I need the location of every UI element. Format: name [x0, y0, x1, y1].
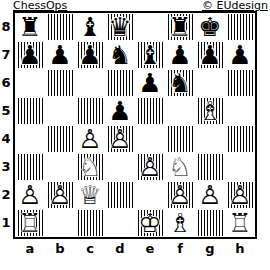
file-label-e: e: [135, 240, 165, 258]
rank-label-1: 1: [0, 209, 12, 237]
square-a2: ♟♙: [15, 181, 45, 209]
file-label-f: f: [165, 240, 195, 258]
square-e2: [135, 181, 165, 209]
file-label-b: b: [45, 240, 75, 258]
white-king-e1: ♚♔: [137, 210, 163, 236]
square-f1: ♝♗: [165, 209, 195, 237]
black-pawn-e6: ♟: [135, 69, 165, 97]
file-label-h: h: [225, 240, 255, 258]
rank-label-2: 2: [0, 181, 12, 209]
white-pawn-a2: ♟♙: [15, 181, 45, 209]
white-knight-f3: ♞♘: [165, 153, 195, 181]
piece-outline: ♗: [165, 209, 195, 237]
square-c5: [75, 97, 105, 125]
square-f3: ♞♘: [165, 153, 195, 181]
white-pawn-g2: ♟♙: [195, 181, 225, 209]
black-bishop-e7: ♝: [137, 42, 163, 68]
white-pawn-c4: ♟♙: [75, 125, 105, 153]
rank-label-8: 8: [0, 13, 12, 41]
white-pawn-e3: ♟♙: [137, 154, 163, 180]
piece-outline: ♔: [137, 210, 163, 236]
piece-outline: ♙: [107, 126, 133, 152]
black-knight-d7: ♞: [105, 41, 135, 69]
square-a1: ♜♖: [15, 209, 45, 237]
square-h1: ♜♖: [225, 209, 255, 237]
chessops-window: ChessOps © EUdesign ♜♝♛♜♚♟♟♟♞♝♟♟♟♟♞♟♝♗♟♙…: [0, 0, 270, 270]
white-pawn-d4: ♟♙: [107, 126, 133, 152]
black-king-g8: ♚: [195, 13, 225, 41]
square-a3: [15, 153, 45, 181]
black-pawn-h7: ♟: [225, 41, 255, 69]
piece-outline: ♙: [227, 182, 253, 208]
square-d6: [105, 69, 135, 97]
black-queen-d8: ♛: [107, 14, 133, 40]
rank-label-6: 6: [0, 69, 12, 97]
rank-label-4: 4: [0, 125, 12, 153]
square-b7: ♟: [45, 41, 75, 69]
square-a7: ♟: [15, 41, 45, 69]
piece-outline: ♙: [195, 181, 225, 209]
black-pawn-d5: ♟: [105, 97, 135, 125]
square-h3: [225, 153, 255, 181]
square-e6: ♟: [135, 69, 165, 97]
square-h6: [225, 69, 255, 97]
black-bishop-c8: ♝: [75, 13, 105, 41]
white-pawn-b2: ♟♙: [47, 182, 73, 208]
square-h7: ♟: [225, 41, 255, 69]
square-f2: ♟♙: [165, 181, 195, 209]
square-h4: [225, 125, 255, 153]
square-g5: ♝♗: [195, 97, 225, 125]
square-b2: ♟♙: [45, 181, 75, 209]
white-pawn-f2: ♟♙: [167, 182, 193, 208]
square-b3: [45, 153, 75, 181]
square-g6: [195, 69, 225, 97]
rank-label-7: 7: [0, 41, 12, 69]
square-b5: [45, 97, 75, 125]
square-b4: [45, 125, 75, 153]
piece-outline: ♖: [17, 210, 43, 236]
square-d2: [105, 181, 135, 209]
piece-outline: ♙: [137, 154, 163, 180]
square-c1: [75, 209, 105, 237]
black-rook-f8: ♜: [167, 14, 193, 40]
piece-outline: ♘: [165, 153, 195, 181]
square-g8: ♚: [195, 13, 225, 41]
square-g2: ♟♙: [195, 181, 225, 209]
square-d4: ♟♙: [105, 125, 135, 153]
chess-board: ♜♝♛♜♚♟♟♟♞♝♟♟♟♟♞♟♝♗♟♙♟♙♞♘♟♙♞♘♟♙♟♙♛♕♟♙♟♙♟♙…: [13, 11, 257, 239]
white-bishop-f1: ♝♗: [165, 209, 195, 237]
square-c8: ♝: [75, 13, 105, 41]
square-f5: [165, 97, 195, 125]
square-g3: [195, 153, 225, 181]
piece-outline: ♙: [167, 182, 193, 208]
square-f7: ♟: [165, 41, 195, 69]
square-h8: [225, 13, 255, 41]
square-c7: ♟: [75, 41, 105, 69]
square-f4: [165, 125, 195, 153]
square-c4: ♟♙: [75, 125, 105, 153]
square-a6: [15, 69, 45, 97]
square-a5: [15, 97, 45, 125]
white-pawn-h2: ♟♙: [227, 182, 253, 208]
square-g4: [195, 125, 225, 153]
credit-text: © EUdesign: [202, 0, 268, 11]
rank-label-5: 5: [0, 97, 12, 125]
rank-label-3: 3: [0, 153, 12, 181]
white-rook-h1: ♜♖: [225, 209, 255, 237]
square-e7: ♝: [135, 41, 165, 69]
square-b6: [45, 69, 75, 97]
square-e8: [135, 13, 165, 41]
square-f8: ♜: [165, 13, 195, 41]
black-pawn-a7: ♟: [17, 42, 43, 68]
piece-outline: ♙: [75, 125, 105, 153]
square-d8: ♛: [105, 13, 135, 41]
square-e3: ♟♙: [135, 153, 165, 181]
square-h2: ♟♙: [225, 181, 255, 209]
white-bishop-g5: ♝♗: [197, 98, 223, 124]
square-a8: ♜: [15, 13, 45, 41]
black-pawn-c7: ♟: [77, 42, 103, 68]
piece-outline: ♙: [47, 182, 73, 208]
square-b8: [45, 13, 75, 41]
black-pawn-b7: ♟: [45, 41, 75, 69]
square-c2: ♛♕: [75, 181, 105, 209]
black-pawn-f7: ♟: [165, 41, 195, 69]
black-rook-a8: ♜: [15, 13, 45, 41]
black-knight-f6: ♞: [167, 70, 193, 96]
piece-outline: ♕: [75, 181, 105, 209]
piece-outline: ♘: [77, 154, 103, 180]
square-d7: ♞: [105, 41, 135, 69]
white-queen-c2: ♛♕: [75, 181, 105, 209]
square-f6: ♞: [165, 69, 195, 97]
square-e4: [135, 125, 165, 153]
white-rook-a1: ♜♖: [17, 210, 43, 236]
file-label-d: d: [105, 240, 135, 258]
file-label-a: a: [15, 240, 45, 258]
square-g1: [195, 209, 225, 237]
file-label-g: g: [195, 240, 225, 258]
square-c6: [75, 69, 105, 97]
square-d1: [105, 209, 135, 237]
piece-outline: ♙: [15, 181, 45, 209]
piece-outline: ♗: [197, 98, 223, 124]
square-e5: [135, 97, 165, 125]
square-g7: ♟: [195, 41, 225, 69]
square-c3: ♞♘: [75, 153, 105, 181]
square-h5: [225, 97, 255, 125]
square-d3: [105, 153, 135, 181]
piece-outline: ♖: [225, 209, 255, 237]
square-a4: [15, 125, 45, 153]
black-pawn-g7: ♟: [197, 42, 223, 68]
app-title: ChessOps: [13, 0, 67, 11]
square-d5: ♟: [105, 97, 135, 125]
white-knight-c3: ♞♘: [77, 154, 103, 180]
square-b1: [45, 209, 75, 237]
square-e1: ♚♔: [135, 209, 165, 237]
file-label-c: c: [75, 240, 105, 258]
